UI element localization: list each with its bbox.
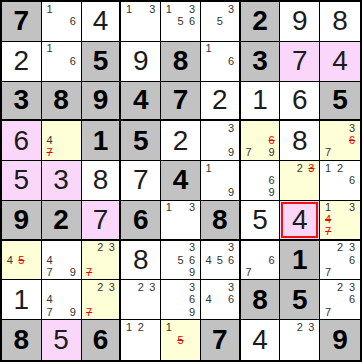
struck-candidate-digit: 5 (175, 334, 187, 347)
candidate-digit: 4 (203, 294, 214, 306)
cell-r8c8[interactable]: 5 (280, 280, 320, 320)
empty-candidate-slot (214, 266, 225, 278)
candidate-grid: 3569 (161, 241, 200, 280)
candidate-grid: 47 (42, 121, 81, 160)
cell-r7c2[interactable]: 479 (42, 241, 82, 281)
cell-r5c5[interactable]: 4 (161, 161, 201, 201)
candidate-grid: 346 (201, 280, 239, 319)
empty-candidate-slot (306, 187, 318, 199)
empty-candidate-slot (294, 334, 306, 347)
empty-candidate-slot (67, 135, 79, 147)
cell-r1c1[interactable]: 7 (2, 2, 42, 42)
empty-candidate-slot (163, 346, 175, 359)
cell-r9c3[interactable]: 6 (82, 320, 122, 360)
struck-candidate-digit: 5 (16, 254, 28, 266)
candidate-digit: 3 (225, 122, 236, 134)
cell-r3c8[interactable]: 6 (280, 82, 320, 122)
empty-candidate-slot (95, 266, 106, 278)
cell-r1c9[interactable]: 8 (320, 2, 360, 42)
cell-r4c6[interactable]: 39 (201, 121, 241, 161)
empty-candidate-slot (214, 281, 225, 293)
empty-candidate-slot (334, 294, 346, 306)
empty-candidate-slot (294, 187, 306, 199)
empty-candidate-slot (106, 294, 117, 306)
given-digit: 8 (14, 326, 30, 354)
cell-r3c5[interactable]: 7 (161, 82, 201, 122)
candidate-digit: 1 (322, 162, 334, 174)
cell-r3c3[interactable]: 9 (82, 82, 122, 122)
cell-r2c9[interactable]: 4 (320, 42, 360, 82)
empty-candidate-slot (44, 67, 56, 79)
cell-r2c6[interactable]: 16 (201, 42, 241, 82)
cell-r9c7[interactable]: 4 (241, 320, 281, 360)
empty-candidate-slot (44, 15, 56, 27)
solved-digit: 4 (292, 206, 308, 234)
cell-r3c2[interactable]: 8 (42, 82, 82, 122)
cell-r2c4[interactable]: 9 (121, 42, 161, 82)
candidate-digit: 6 (225, 254, 236, 266)
candidate-digit: 6 (346, 174, 358, 186)
cell-r1c8[interactable]: 9 (280, 2, 320, 42)
candidate-digit: 6 (266, 254, 278, 266)
cell-r5c7[interactable]: 69 (241, 161, 281, 201)
empty-candidate-slot (203, 281, 214, 293)
given-digit: 3 (252, 47, 268, 75)
empty-candidate-slot (294, 346, 306, 359)
given-digit: 9 (14, 206, 30, 234)
empty-candidate-slot (254, 135, 266, 147)
cell-r7c8[interactable]: 1 (280, 241, 320, 281)
empty-candidate-slot (266, 162, 278, 174)
empty-candidate-slot (282, 187, 294, 199)
struck-candidate-digit: 7 (44, 147, 56, 159)
candidate-digit: 3 (147, 281, 159, 293)
empty-candidate-slot (163, 266, 175, 278)
empty-candidate-slot (203, 135, 214, 147)
candidate-grid: 16 (42, 42, 81, 81)
empty-candidate-slot (203, 187, 214, 199)
solved-digit: 1 (252, 86, 268, 114)
empty-candidate-slot (175, 306, 187, 318)
empty-candidate-slot (334, 174, 346, 186)
empty-candidate-slot (163, 306, 175, 318)
empty-candidate-slot (203, 174, 214, 186)
empty-candidate-slot (27, 242, 39, 254)
cell-r6c2[interactable]: 2 (42, 201, 82, 241)
given-digit: 4 (133, 86, 149, 114)
cell-r1c4[interactable]: 13 (121, 2, 161, 42)
empty-candidate-slot (203, 266, 214, 278)
candidate-digit: 2 (95, 281, 106, 293)
cell-r6c1[interactable]: 9 (2, 201, 42, 241)
cell-r7c1[interactable]: 45 (2, 241, 42, 281)
candidate-digit: 6 (67, 15, 79, 27)
cell-r1c6[interactable]: 35 (201, 2, 241, 42)
cell-r8c1[interactable]: 1 (2, 280, 42, 320)
cell-r7c3[interactable]: 237 (82, 241, 122, 281)
solved-digit: 4 (252, 326, 268, 354)
cell-r9c5[interactable]: 15 (161, 320, 201, 360)
empty-candidate-slot (163, 254, 175, 266)
cell-r6c5[interactable]: 13 (161, 201, 201, 241)
candidate-digit: 6 (186, 15, 198, 27)
candidate-digit: 6 (225, 55, 236, 67)
empty-candidate-slot (243, 187, 255, 199)
empty-candidate-slot (67, 294, 79, 306)
cell-r1c3[interactable]: 4 (82, 2, 122, 42)
empty-candidate-slot (135, 294, 147, 306)
empty-candidate-slot (225, 67, 236, 79)
empty-candidate-slot (203, 147, 214, 159)
candidate-digit: 3 (225, 281, 236, 293)
cell-r9c8[interactable]: 23 (280, 320, 320, 360)
cell-r8c2[interactable]: 479 (42, 280, 82, 320)
cell-r5c9[interactable]: 126 (320, 161, 360, 201)
cell-r2c3[interactable]: 5 (82, 42, 122, 82)
cell-r4c4[interactable]: 5 (121, 121, 161, 161)
cell-r4c1[interactable]: 6 (2, 121, 42, 161)
candidate-digit: 3 (225, 242, 236, 254)
cell-r3c4[interactable]: 4 (121, 82, 161, 122)
empty-candidate-slot (214, 28, 225, 40)
candidate-grid: 679 (241, 121, 280, 160)
candidate-digit: 3 (346, 281, 358, 293)
empty-candidate-slot (186, 334, 198, 347)
candidate-digit: 4 (44, 254, 56, 266)
solved-digit: 3 (53, 166, 69, 194)
candidate-digit: 6 (346, 294, 358, 306)
candidate-digit: 4 (44, 135, 56, 147)
cell-r5c4[interactable]: 7 (121, 161, 161, 201)
candidate-digit: 7 (322, 147, 334, 159)
empty-candidate-slot (147, 28, 159, 40)
cell-r9c6[interactable]: 7 (201, 320, 241, 360)
cell-r2c2[interactable]: 16 (42, 42, 82, 82)
empty-candidate-slot (55, 122, 67, 134)
given-digit: 5 (93, 47, 109, 75)
solved-digit: 8 (332, 7, 348, 35)
solved-digit: 8 (93, 166, 109, 194)
empty-candidate-slot (123, 15, 135, 27)
empty-candidate-slot (163, 242, 175, 254)
cell-r6c9[interactable]: 1347 (320, 201, 360, 241)
cell-r6c8[interactable]: 4 (280, 201, 320, 241)
cell-r7c4[interactable]: 8 (121, 241, 161, 281)
candidate-grid: 12 (121, 320, 160, 360)
cell-r8c3[interactable]: 237 (82, 280, 122, 320)
empty-candidate-slot (306, 334, 318, 347)
cell-r8c5[interactable]: 369 (161, 280, 201, 320)
solved-digit: 2 (173, 127, 189, 155)
cell-r3c6[interactable]: 2 (201, 82, 241, 122)
empty-candidate-slot (106, 266, 117, 278)
cell-r8c9[interactable]: 2367 (320, 280, 360, 320)
candidate-digit: 7 (322, 306, 334, 318)
cell-r8c6[interactable]: 346 (201, 280, 241, 320)
candidate-digit: 3 (346, 242, 358, 254)
sudoku-board: 7164131356352982165981637438947216564715… (0, 0, 362, 362)
candidate-digit: 9 (225, 187, 236, 199)
cell-r9c9[interactable]: 9 (320, 320, 360, 360)
cell-r6c4[interactable]: 6 (121, 201, 161, 241)
empty-candidate-slot (346, 162, 358, 174)
empty-candidate-slot (67, 43, 79, 55)
candidate-digit: 7 (243, 147, 255, 159)
empty-candidate-slot (306, 346, 318, 359)
empty-candidate-slot (266, 242, 278, 254)
candidate-digit: 3 (346, 202, 358, 214)
empty-candidate-slot (67, 28, 79, 40)
cell-r5c3[interactable]: 8 (82, 161, 122, 201)
empty-candidate-slot (95, 306, 106, 318)
empty-candidate-slot (175, 202, 187, 214)
candidate-digit: 3 (186, 281, 198, 293)
candidate-digit: 1 (123, 3, 135, 15)
empty-candidate-slot (55, 294, 67, 306)
empty-candidate-slot (84, 281, 95, 293)
cell-r5c2[interactable]: 3 (42, 161, 82, 201)
candidate-digit: 2 (334, 281, 346, 293)
empty-candidate-slot (186, 346, 198, 359)
empty-candidate-slot (306, 174, 318, 186)
empty-candidate-slot (254, 266, 266, 278)
empty-candidate-slot (203, 15, 214, 27)
empty-candidate-slot (67, 147, 79, 159)
empty-candidate-slot (203, 3, 214, 15)
empty-candidate-slot (334, 254, 346, 266)
cell-r3c7[interactable]: 1 (241, 82, 281, 122)
empty-candidate-slot (147, 15, 159, 27)
candidate-digit: 2 (95, 242, 106, 254)
candidate-digit: 1 (163, 3, 175, 15)
cell-r4c3[interactable]: 1 (82, 121, 122, 161)
solved-digit: 6 (292, 86, 308, 114)
candidate-grid: 369 (161, 280, 200, 319)
candidate-digit: 2 (135, 281, 147, 293)
candidate-grid: 237 (82, 241, 120, 280)
empty-candidate-slot (27, 254, 39, 266)
empty-candidate-slot (254, 174, 266, 186)
cell-r2c5[interactable]: 8 (161, 42, 201, 82)
empty-candidate-slot (346, 306, 358, 318)
empty-candidate-slot (84, 254, 95, 266)
cell-r9c2[interactable]: 5 (42, 320, 82, 360)
candidate-digit: 2 (334, 162, 346, 174)
candidate-grid: 1356 (161, 2, 200, 41)
empty-candidate-slot (67, 122, 79, 134)
empty-candidate-slot (346, 214, 358, 226)
cell-r4c8[interactable]: 8 (280, 121, 320, 161)
empty-candidate-slot (55, 306, 67, 318)
empty-candidate-slot (186, 28, 198, 40)
empty-candidate-slot (147, 346, 159, 359)
candidate-grid: 35 (201, 2, 239, 41)
given-digit: 6 (93, 326, 109, 354)
empty-candidate-slot (254, 122, 266, 134)
cell-r3c1[interactable]: 3 (2, 82, 42, 122)
solved-digit: 7 (292, 47, 308, 75)
empty-candidate-slot (135, 334, 147, 347)
empty-candidate-slot (254, 254, 266, 266)
empty-candidate-slot (214, 187, 225, 199)
cell-r7c5[interactable]: 3569 (161, 241, 201, 281)
candidate-grid: 23 (121, 280, 160, 319)
cell-r4c7[interactable]: 679 (241, 121, 281, 161)
cell-r3c9[interactable]: 5 (320, 82, 360, 122)
empty-candidate-slot (243, 242, 255, 254)
candidate-digit: 6 (186, 254, 198, 266)
cell-r2c1[interactable]: 2 (2, 42, 42, 82)
candidate-digit: 7 (44, 306, 56, 318)
empty-candidate-slot (67, 254, 79, 266)
cell-r4c9[interactable]: 367 (320, 121, 360, 161)
empty-candidate-slot (243, 135, 255, 147)
empty-candidate-slot (55, 3, 67, 15)
cell-r4c2[interactable]: 47 (42, 121, 82, 161)
given-digit: 1 (93, 127, 109, 155)
candidate-digit: 7 (322, 266, 334, 278)
empty-candidate-slot (175, 28, 187, 40)
cell-r5c8[interactable]: 23 (280, 161, 320, 201)
empty-candidate-slot (334, 135, 346, 147)
empty-candidate-slot (214, 242, 225, 254)
cell-r7c7[interactable]: 67 (241, 241, 281, 281)
candidate-digit: 5 (214, 254, 225, 266)
candidate-grid: 3456 (201, 241, 239, 280)
candidate-digit: 1 (123, 321, 135, 334)
candidate-digit: 7 (44, 266, 56, 278)
cell-r6c7[interactable]: 5 (241, 201, 281, 241)
empty-candidate-slot (214, 67, 225, 79)
cell-r4c5[interactable]: 2 (161, 121, 201, 161)
empty-candidate-slot (225, 28, 236, 40)
empty-candidate-slot (282, 162, 294, 174)
empty-candidate-slot (55, 28, 67, 40)
empty-candidate-slot (214, 135, 225, 147)
solved-digit: 5 (14, 166, 30, 194)
empty-candidate-slot (16, 266, 28, 278)
empty-candidate-slot (175, 266, 187, 278)
empty-candidate-slot (27, 266, 39, 278)
empty-candidate-slot (123, 346, 135, 359)
empty-candidate-slot (214, 162, 225, 174)
empty-candidate-slot (214, 3, 225, 15)
empty-candidate-slot (254, 147, 266, 159)
cell-r1c2[interactable]: 16 (42, 2, 82, 42)
solved-digit: 9 (292, 7, 308, 35)
cell-r9c1[interactable]: 8 (2, 320, 42, 360)
candidate-grid: 367 (320, 121, 360, 160)
empty-candidate-slot (163, 281, 175, 293)
cell-r7c6[interactable]: 3456 (201, 241, 241, 281)
empty-candidate-slot (55, 147, 67, 159)
solved-digit: 6 (14, 127, 30, 155)
empty-candidate-slot (135, 3, 147, 15)
empty-candidate-slot (84, 294, 95, 306)
candidate-grid: 23 (280, 161, 319, 200)
given-digit: 8 (252, 286, 268, 314)
cell-r5c1[interactable]: 5 (2, 161, 42, 201)
empty-candidate-slot (175, 346, 187, 359)
cell-r8c4[interactable]: 23 (121, 280, 161, 320)
candidate-grid: 1347 (320, 201, 360, 239)
empty-candidate-slot (225, 162, 236, 174)
empty-candidate-slot (135, 306, 147, 318)
empty-candidate-slot (334, 122, 346, 134)
cell-r2c8[interactable]: 7 (280, 42, 320, 82)
candidate-digit: 3 (147, 3, 159, 15)
candidate-digit: 9 (225, 147, 236, 159)
empty-candidate-slot (123, 306, 135, 318)
empty-candidate-slot (123, 334, 135, 347)
candidate-digit: 1 (163, 202, 175, 214)
candidate-digit: 3 (346, 122, 358, 134)
cell-r6c6[interactable]: 8 (201, 201, 241, 241)
empty-candidate-slot (55, 15, 67, 27)
candidate-grid: 69 (241, 161, 280, 200)
empty-candidate-slot (225, 15, 236, 27)
empty-candidate-slot (214, 294, 225, 306)
empty-candidate-slot (135, 346, 147, 359)
empty-candidate-slot (322, 122, 334, 134)
candidate-grid: 15 (161, 320, 200, 360)
cell-r1c7[interactable]: 2 (241, 2, 281, 42)
candidate-digit: 1 (44, 3, 56, 15)
cell-r6c3[interactable]: 7 (82, 201, 122, 241)
cell-r9c4[interactable]: 12 (121, 320, 161, 360)
empty-candidate-slot (163, 15, 175, 27)
empty-candidate-slot (282, 174, 294, 186)
empty-candidate-slot (163, 334, 175, 347)
solved-digit: 9 (133, 47, 149, 75)
empty-candidate-slot (186, 214, 198, 226)
candidate-digit: 6 (346, 254, 358, 266)
empty-candidate-slot (225, 43, 236, 55)
empty-candidate-slot (106, 306, 117, 318)
candidate-grid: 39 (201, 121, 239, 160)
empty-candidate-slot (44, 281, 56, 293)
empty-candidate-slot (203, 242, 214, 254)
candidate-grid: 13 (121, 2, 160, 41)
empty-candidate-slot (4, 266, 16, 278)
solved-digit: 7 (93, 206, 109, 234)
candidate-digit: 3 (225, 3, 236, 15)
empty-candidate-slot (203, 67, 214, 79)
candidate-digit: 4 (44, 294, 56, 306)
candidate-digit: 3 (186, 242, 198, 254)
cell-r5c6[interactable]: 19 (201, 161, 241, 201)
empty-candidate-slot (123, 28, 135, 40)
cell-r7c9[interactable]: 2367 (320, 241, 360, 281)
candidate-digit: 3 (186, 3, 198, 15)
given-digit: 4 (173, 166, 189, 194)
empty-candidate-slot (243, 122, 255, 134)
empty-candidate-slot (135, 15, 147, 27)
cell-r8c7[interactable]: 8 (241, 280, 281, 320)
cell-r2c7[interactable]: 3 (241, 42, 281, 82)
empty-candidate-slot (266, 266, 278, 278)
empty-candidate-slot (243, 254, 255, 266)
given-digit: 1 (292, 246, 308, 274)
candidate-grid: 2367 (320, 241, 360, 280)
cell-r1c5[interactable]: 1356 (161, 2, 201, 42)
empty-candidate-slot (294, 174, 306, 186)
empty-candidate-slot (55, 242, 67, 254)
empty-candidate-slot (175, 226, 187, 238)
empty-candidate-slot (147, 306, 159, 318)
empty-candidate-slot (346, 147, 358, 159)
candidate-digit: 9 (67, 266, 79, 278)
